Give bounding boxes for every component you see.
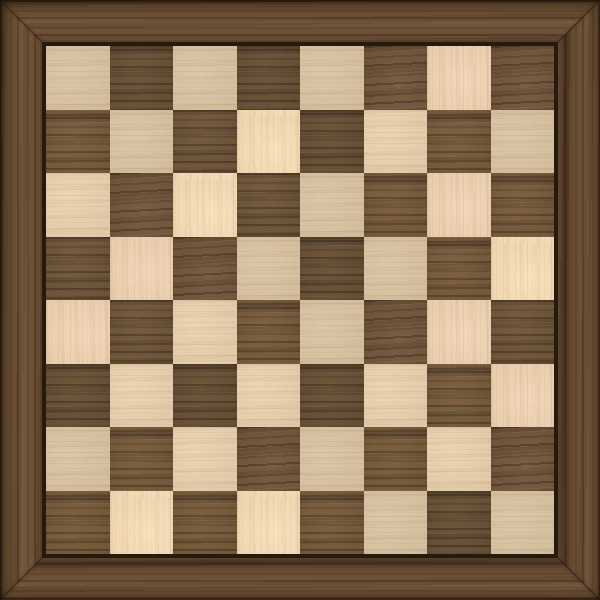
square-f3[interactable] [364,364,428,428]
square-c7[interactable] [173,110,237,174]
square-c6[interactable] [173,173,237,237]
square-g6[interactable] [427,173,491,237]
square-d5[interactable] [237,237,301,301]
square-e1[interactable] [300,491,364,555]
square-g1[interactable] [427,491,491,555]
square-c5[interactable] [173,237,237,301]
square-c3[interactable] [173,364,237,428]
square-g4[interactable] [427,300,491,364]
square-b6[interactable] [110,173,174,237]
square-h2[interactable] [491,427,555,491]
square-a3[interactable] [46,364,110,428]
square-e2[interactable] [300,427,364,491]
square-b4[interactable] [110,300,174,364]
square-a7[interactable] [46,110,110,174]
square-a2[interactable] [46,427,110,491]
square-f6[interactable] [364,173,428,237]
square-c4[interactable] [173,300,237,364]
square-a5[interactable] [46,237,110,301]
square-h6[interactable] [491,173,555,237]
square-b5[interactable] [110,237,174,301]
square-a6[interactable] [46,173,110,237]
square-f4[interactable] [364,300,428,364]
square-d4[interactable] [237,300,301,364]
square-h8[interactable] [491,46,555,110]
square-h4[interactable] [491,300,555,364]
square-h5[interactable] [491,237,555,301]
square-e5[interactable] [300,237,364,301]
square-h1[interactable] [491,491,555,555]
square-e3[interactable] [300,364,364,428]
square-c1[interactable] [173,491,237,555]
square-a8[interactable] [46,46,110,110]
square-c8[interactable] [173,46,237,110]
square-b2[interactable] [110,427,174,491]
square-b8[interactable] [110,46,174,110]
board-frame-bottom [0,554,600,600]
square-d6[interactable] [237,173,301,237]
square-d7[interactable] [237,110,301,174]
chess-board [46,46,554,554]
square-e4[interactable] [300,300,364,364]
square-e8[interactable] [300,46,364,110]
square-b1[interactable] [110,491,174,555]
square-g8[interactable] [427,46,491,110]
square-g5[interactable] [427,237,491,301]
square-f2[interactable] [364,427,428,491]
board-frame-top [0,0,600,46]
square-c2[interactable] [173,427,237,491]
square-h7[interactable] [491,110,555,174]
square-g7[interactable] [427,110,491,174]
square-a4[interactable] [46,300,110,364]
square-d8[interactable] [237,46,301,110]
square-e7[interactable] [300,110,364,174]
square-a1[interactable] [46,491,110,555]
square-g3[interactable] [427,364,491,428]
square-d3[interactable] [237,364,301,428]
square-d1[interactable] [237,491,301,555]
square-b7[interactable] [110,110,174,174]
wooden-chessboard [0,0,600,600]
square-g2[interactable] [427,427,491,491]
square-b3[interactable] [110,364,174,428]
square-f7[interactable] [364,110,428,174]
square-h3[interactable] [491,364,555,428]
square-f8[interactable] [364,46,428,110]
square-d2[interactable] [237,427,301,491]
square-e6[interactable] [300,173,364,237]
board-frame-right [554,0,600,600]
square-f1[interactable] [364,491,428,555]
board-frame-left [0,0,46,600]
square-f5[interactable] [364,237,428,301]
